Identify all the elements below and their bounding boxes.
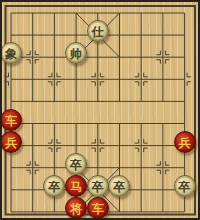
piece-character: 车	[92, 202, 104, 214]
piece-grid: 仕帅象卒卒卒卒卒车兵兵马将车	[0, 2, 195, 220]
piece-red-soldier[interactable]: 兵	[0, 131, 22, 153]
piece-character: 仕	[92, 26, 104, 38]
piece-tan-elephant[interactable]: 象	[0, 42, 22, 64]
piece-character: 卒	[113, 180, 125, 192]
piece-character: 兵	[179, 136, 191, 148]
piece-tan-soldier[interactable]: 卒	[43, 175, 65, 197]
piece-character: 卒	[92, 180, 104, 192]
piece-character: 帅	[70, 48, 82, 60]
piece-red-chariot[interactable]: 车	[0, 109, 22, 131]
piece-red-soldier[interactable]: 兵	[174, 131, 196, 153]
piece-character: 兵	[5, 136, 17, 148]
piece-tan-soldier[interactable]: 卒	[108, 175, 130, 197]
piece-character: 卒	[179, 180, 191, 192]
piece-red-chariot[interactable]: 车	[87, 197, 109, 219]
piece-tan-advisor[interactable]: 仕	[87, 20, 109, 42]
piece-red-general[interactable]: 将	[65, 197, 87, 219]
xiangqi-board[interactable]: 仕帅象卒卒卒卒卒车兵兵马将车	[0, 0, 200, 220]
piece-tan-soldier[interactable]: 卒	[174, 175, 196, 197]
piece-character: 象	[5, 48, 17, 60]
piece-character: 卒	[48, 180, 60, 192]
piece-tan-general[interactable]: 帅	[65, 42, 87, 64]
piece-character: 马	[70, 180, 82, 192]
piece-character: 将	[70, 202, 82, 214]
piece-tan-soldier[interactable]: 卒	[65, 153, 87, 175]
piece-tan-soldier[interactable]: 卒	[87, 175, 109, 197]
piece-character: 车	[5, 114, 17, 126]
piece-red-horse[interactable]: 马	[65, 175, 87, 197]
piece-character: 卒	[70, 158, 82, 170]
